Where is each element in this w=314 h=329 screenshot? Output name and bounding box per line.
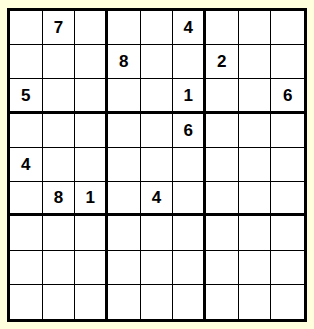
sudoku-cell-r7c2[interactable] [43, 216, 76, 250]
sudoku-cell-r5c4[interactable] [108, 148, 141, 182]
sudoku-cell-r9c5[interactable] [141, 285, 174, 319]
sudoku-cell-r4c7[interactable] [206, 114, 239, 148]
sudoku-cell-r4c6[interactable]: 6 [173, 114, 206, 148]
sudoku-cell-r3c1[interactable]: 5 [10, 79, 43, 113]
sudoku-cell-r8c6[interactable] [173, 251, 206, 285]
sudoku-cell-r6c6[interactable] [173, 182, 206, 216]
sudoku-cell-r3c5[interactable] [141, 79, 174, 113]
sudoku-cell-r8c9[interactable] [271, 251, 304, 285]
sudoku-cell-r1c6[interactable]: 4 [173, 11, 206, 45]
sudoku-cell-r9c7[interactable] [206, 285, 239, 319]
sudoku-cell-r7c4[interactable] [108, 216, 141, 250]
sudoku-cell-r2c3[interactable] [75, 45, 108, 79]
sudoku-cell-r1c8[interactable] [239, 11, 272, 45]
sudoku-cell-r1c2[interactable]: 7 [43, 11, 76, 45]
sudoku-cell-r2c9[interactable] [271, 45, 304, 79]
sudoku-cell-r1c1[interactable] [10, 11, 43, 45]
sudoku-cell-r7c1[interactable] [10, 216, 43, 250]
sudoku-cell-r7c7[interactable] [206, 216, 239, 250]
sudoku-cell-r5c6[interactable] [173, 148, 206, 182]
sudoku-cell-r8c7[interactable] [206, 251, 239, 285]
sudoku-cell-r1c3[interactable] [75, 11, 108, 45]
sudoku-cell-r3c9[interactable]: 6 [271, 79, 304, 113]
sudoku-cell-r8c8[interactable] [239, 251, 272, 285]
sudoku-cell-r4c5[interactable] [141, 114, 174, 148]
sudoku-cell-r7c3[interactable] [75, 216, 108, 250]
sudoku-cell-r1c4[interactable] [108, 11, 141, 45]
sudoku-cell-r2c4[interactable]: 8 [108, 45, 141, 79]
sudoku-cell-r6c7[interactable] [206, 182, 239, 216]
sudoku-cell-r5c7[interactable] [206, 148, 239, 182]
sudoku-cell-r3c3[interactable] [75, 79, 108, 113]
sudoku-cell-r9c1[interactable] [10, 285, 43, 319]
sudoku-cell-r5c5[interactable] [141, 148, 174, 182]
sudoku-cell-r6c1[interactable] [10, 182, 43, 216]
sudoku-cell-r8c2[interactable] [43, 251, 76, 285]
sudoku-cell-r5c8[interactable] [239, 148, 272, 182]
sudoku-cell-r3c2[interactable] [43, 79, 76, 113]
sudoku-cell-r5c3[interactable] [75, 148, 108, 182]
sudoku-cell-r7c5[interactable] [141, 216, 174, 250]
sudoku-cell-r3c8[interactable] [239, 79, 272, 113]
sudoku-cell-r6c9[interactable] [271, 182, 304, 216]
sudoku-cell-r6c8[interactable] [239, 182, 272, 216]
sudoku-cell-r9c2[interactable] [43, 285, 76, 319]
sudoku-cell-r2c6[interactable] [173, 45, 206, 79]
sudoku-cell-r8c1[interactable] [10, 251, 43, 285]
sudoku-cell-r3c7[interactable] [206, 79, 239, 113]
sudoku-cell-r5c1[interactable]: 4 [10, 148, 43, 182]
sudoku-cell-r8c3[interactable] [75, 251, 108, 285]
sudoku-cell-r2c7[interactable]: 2 [206, 45, 239, 79]
sudoku-cell-r6c3[interactable]: 1 [75, 182, 108, 216]
sudoku-cell-r4c3[interactable] [75, 114, 108, 148]
sudoku-cell-r4c1[interactable] [10, 114, 43, 148]
sudoku-cell-r5c9[interactable] [271, 148, 304, 182]
sudoku-cell-r9c6[interactable] [173, 285, 206, 319]
sudoku-cell-r7c8[interactable] [239, 216, 272, 250]
sudoku-cell-r8c5[interactable] [141, 251, 174, 285]
sudoku-cell-r8c4[interactable] [108, 251, 141, 285]
sudoku-cell-r1c5[interactable] [141, 11, 174, 45]
sudoku-cell-r6c5[interactable]: 4 [141, 182, 174, 216]
sudoku-cell-r6c4[interactable] [108, 182, 141, 216]
sudoku-cell-r7c6[interactable] [173, 216, 206, 250]
sudoku-cell-r7c9[interactable] [271, 216, 304, 250]
sudoku-cell-r9c4[interactable] [108, 285, 141, 319]
sudoku-cell-r3c4[interactable] [108, 79, 141, 113]
sudoku-cell-r9c3[interactable] [75, 285, 108, 319]
sudoku-cell-r2c5[interactable] [141, 45, 174, 79]
sudoku-cell-r4c8[interactable] [239, 114, 272, 148]
sudoku-board: 748251664814 [7, 8, 307, 322]
sudoku-cell-r1c7[interactable] [206, 11, 239, 45]
sudoku-cell-r9c9[interactable] [271, 285, 304, 319]
sudoku-cell-r3c6[interactable]: 1 [173, 79, 206, 113]
sudoku-cell-r1c9[interactable] [271, 11, 304, 45]
sudoku-cell-r5c2[interactable] [43, 148, 76, 182]
sudoku-cell-r4c4[interactable] [108, 114, 141, 148]
sudoku-cell-r6c2[interactable]: 8 [43, 182, 76, 216]
sudoku-cell-r9c8[interactable] [239, 285, 272, 319]
sudoku-cell-r4c9[interactable] [271, 114, 304, 148]
sudoku-cell-r2c2[interactable] [43, 45, 76, 79]
sudoku-cell-r4c2[interactable] [43, 114, 76, 148]
sudoku-cell-r2c8[interactable] [239, 45, 272, 79]
sudoku-cell-r2c1[interactable] [10, 45, 43, 79]
